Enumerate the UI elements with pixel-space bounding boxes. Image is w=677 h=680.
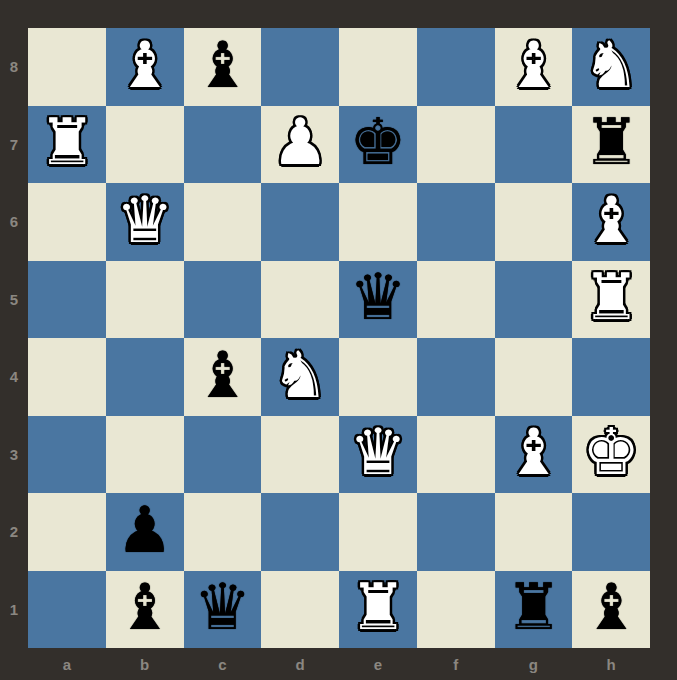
square-d4[interactable]: ♞ — [261, 338, 339, 416]
piece-white-bishop[interactable]: ♝ — [116, 33, 173, 97]
square-c2[interactable] — [184, 493, 262, 571]
square-g5[interactable] — [495, 261, 573, 339]
square-a8[interactable] — [28, 28, 106, 106]
square-d8[interactable] — [261, 28, 339, 106]
rank-label-5: 5 — [0, 261, 28, 339]
piece-black-king[interactable]: ♚ — [349, 110, 406, 174]
file-label-b: b — [106, 648, 184, 680]
square-g7[interactable] — [495, 106, 573, 184]
square-f8[interactable] — [417, 28, 495, 106]
square-e3[interactable]: ♛ — [339, 416, 417, 494]
piece-black-bishop[interactable]: ♝ — [194, 33, 251, 97]
rank-label-4: 4 — [0, 338, 28, 416]
piece-black-rook[interactable]: ♜ — [505, 575, 562, 639]
piece-white-knight[interactable]: ♞ — [582, 33, 639, 97]
square-f3[interactable] — [417, 416, 495, 494]
rank-label-2: 2 — [0, 493, 28, 571]
square-b5[interactable] — [106, 261, 184, 339]
square-c3[interactable] — [184, 416, 262, 494]
square-g2[interactable] — [495, 493, 573, 571]
square-a2[interactable] — [28, 493, 106, 571]
piece-white-bishop[interactable]: ♝ — [505, 33, 562, 97]
square-h5[interactable]: ♜ — [572, 261, 650, 339]
file-label-a: a — [28, 648, 106, 680]
square-d5[interactable] — [261, 261, 339, 339]
square-b2[interactable]: ♟ — [106, 493, 184, 571]
square-b1[interactable]: ♝ — [106, 571, 184, 649]
square-c1[interactable]: ♛ — [184, 571, 262, 649]
piece-white-rook[interactable]: ♜ — [38, 110, 95, 174]
piece-black-rook[interactable]: ♜ — [582, 110, 639, 174]
piece-black-bishop[interactable]: ♝ — [194, 343, 251, 407]
piece-black-bishop[interactable]: ♝ — [116, 575, 173, 639]
square-d2[interactable] — [261, 493, 339, 571]
file-label-h: h — [572, 648, 650, 680]
square-d3[interactable] — [261, 416, 339, 494]
square-e6[interactable] — [339, 183, 417, 261]
square-g8[interactable]: ♝ — [495, 28, 573, 106]
rank-label-7: 7 — [0, 106, 28, 184]
square-e8[interactable] — [339, 28, 417, 106]
square-b7[interactable] — [106, 106, 184, 184]
square-e1[interactable]: ♜ — [339, 571, 417, 649]
piece-white-rook[interactable]: ♜ — [582, 265, 639, 329]
square-g6[interactable] — [495, 183, 573, 261]
square-d1[interactable] — [261, 571, 339, 649]
piece-black-pawn[interactable]: ♟ — [116, 498, 173, 562]
square-h2[interactable] — [572, 493, 650, 571]
square-g4[interactable] — [495, 338, 573, 416]
square-a5[interactable] — [28, 261, 106, 339]
square-b4[interactable] — [106, 338, 184, 416]
square-f2[interactable] — [417, 493, 495, 571]
rank-label-3: 3 — [0, 416, 28, 494]
piece-black-queen[interactable]: ♛ — [349, 265, 406, 329]
square-f6[interactable] — [417, 183, 495, 261]
square-a7[interactable]: ♜ — [28, 106, 106, 184]
square-a4[interactable] — [28, 338, 106, 416]
file-labels: abcdefgh — [28, 648, 650, 680]
square-c7[interactable] — [184, 106, 262, 184]
piece-white-king[interactable]: ♚ — [582, 420, 639, 484]
square-a1[interactable] — [28, 571, 106, 649]
square-f4[interactable] — [417, 338, 495, 416]
file-label-c: c — [184, 648, 262, 680]
piece-black-bishop[interactable]: ♝ — [582, 575, 639, 639]
file-label-g: g — [495, 648, 573, 680]
rank-label-1: 1 — [0, 571, 28, 649]
piece-white-bishop[interactable]: ♝ — [582, 188, 639, 252]
piece-white-queen[interactable]: ♛ — [116, 188, 173, 252]
file-label-f: f — [417, 648, 495, 680]
square-a6[interactable] — [28, 183, 106, 261]
rank-labels: 87654321 — [0, 28, 28, 648]
square-f1[interactable] — [417, 571, 495, 649]
piece-white-bishop[interactable]: ♝ — [505, 420, 562, 484]
square-h7[interactable]: ♜ — [572, 106, 650, 184]
square-c5[interactable] — [184, 261, 262, 339]
square-e2[interactable] — [339, 493, 417, 571]
square-b8[interactable]: ♝ — [106, 28, 184, 106]
square-g1[interactable]: ♜ — [495, 571, 573, 649]
square-c4[interactable]: ♝ — [184, 338, 262, 416]
square-h3[interactable]: ♚ — [572, 416, 650, 494]
file-label-e: e — [339, 648, 417, 680]
square-h1[interactable]: ♝ — [572, 571, 650, 649]
square-f7[interactable] — [417, 106, 495, 184]
square-b3[interactable] — [106, 416, 184, 494]
square-c6[interactable] — [184, 183, 262, 261]
square-d7[interactable]: ♟ — [261, 106, 339, 184]
square-e5[interactable]: ♛ — [339, 261, 417, 339]
rank-label-6: 6 — [0, 183, 28, 261]
chessboard-frame: 87654321 ♝♝♝♞♜♟♚♜♛♝♛♜♝♞♛♝♚♟♝♛♜♜♝ abcdefg… — [0, 0, 677, 680]
file-label-d: d — [261, 648, 339, 680]
piece-black-queen[interactable]: ♛ — [194, 575, 251, 639]
piece-white-pawn[interactable]: ♟ — [271, 110, 328, 174]
piece-white-rook[interactable]: ♜ — [349, 575, 406, 639]
square-b6[interactable]: ♛ — [106, 183, 184, 261]
square-h4[interactable] — [572, 338, 650, 416]
chess-board: ♝♝♝♞♜♟♚♜♛♝♛♜♝♞♛♝♚♟♝♛♜♜♝ — [28, 28, 650, 648]
square-a3[interactable] — [28, 416, 106, 494]
square-e7[interactable]: ♚ — [339, 106, 417, 184]
square-e4[interactable] — [339, 338, 417, 416]
piece-white-knight[interactable]: ♞ — [271, 343, 328, 407]
rank-label-8: 8 — [0, 28, 28, 106]
square-d6[interactable] — [261, 183, 339, 261]
square-h8[interactable]: ♞ — [572, 28, 650, 106]
square-g3[interactable]: ♝ — [495, 416, 573, 494]
square-c8[interactable]: ♝ — [184, 28, 262, 106]
square-h6[interactable]: ♝ — [572, 183, 650, 261]
square-f5[interactable] — [417, 261, 495, 339]
piece-white-queen[interactable]: ♛ — [349, 420, 406, 484]
